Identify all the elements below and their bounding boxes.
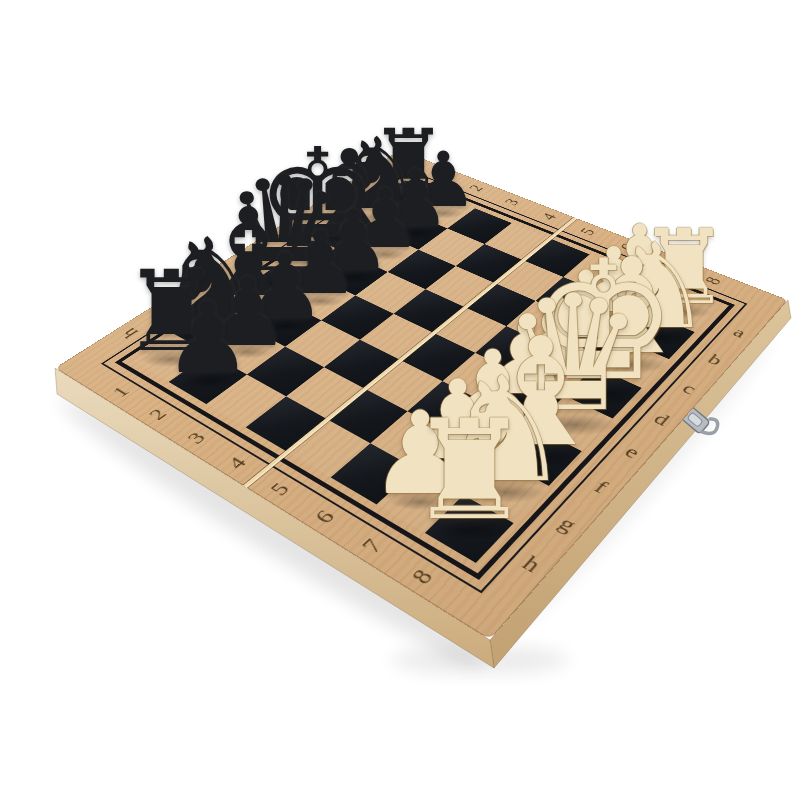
board-surface: 11aa22bb33cc44dd55ee66ff77gg88hh (55, 150, 788, 640)
rank-label-top-8: 8 (701, 274, 725, 286)
rank-label-top-3: 3 (501, 197, 522, 207)
rank-label-top-2: 2 (465, 183, 486, 193)
rank-label-top-4: 4 (538, 211, 560, 222)
file-label-white-edge-g: g (555, 513, 581, 536)
rank-label-bottom-2: 2 (145, 406, 171, 423)
chessboard: 11aa22bb33cc44dd55ee66ff77gg88hh (0, 0, 800, 800)
file-label-black-edge-a: a (359, 175, 377, 185)
rank-label-top-7: 7 (657, 258, 680, 270)
file-label-black-edge-e: e (232, 254, 253, 267)
file-label-white-edge-d: d (650, 410, 673, 429)
file-label-black-edge-c: c (299, 213, 319, 224)
rank-label-bottom-3: 3 (183, 429, 209, 446)
file-label-black-edge-f: f (197, 277, 218, 290)
file-label-white-edge-b: b (705, 351, 726, 367)
file-label-black-edge-b: b (329, 193, 349, 204)
file-label-white-edge-f: f (591, 477, 612, 496)
file-label-black-edge-h: h (117, 326, 142, 341)
file-label-white-edge-e: e (621, 442, 644, 461)
rank-label-bottom-8: 8 (406, 565, 437, 588)
rank-label-top-6: 6 (616, 242, 639, 254)
file-label-black-edge-g: g (157, 301, 181, 316)
file-label-white-edge-a: a (730, 325, 749, 340)
rank-label-top-5: 5 (576, 226, 598, 237)
rank-label-bottom-6: 6 (310, 507, 339, 527)
file-label-white-edge-h: h (518, 552, 545, 576)
rank-label-bottom-7: 7 (357, 535, 387, 556)
file-label-white-edge-c: c (679, 380, 700, 397)
rank-label-top-1: 1 (431, 170, 451, 180)
rank-label-bottom-1: 1 (108, 384, 133, 400)
rank-label-bottom-4: 4 (223, 454, 250, 472)
chess-set-photo: Wooden folding chess set with the pieces… (0, 0, 800, 800)
file-label-black-edge-d: d (266, 233, 287, 245)
squares-grid (133, 180, 719, 562)
rank-label-bottom-5: 5 (265, 479, 293, 498)
